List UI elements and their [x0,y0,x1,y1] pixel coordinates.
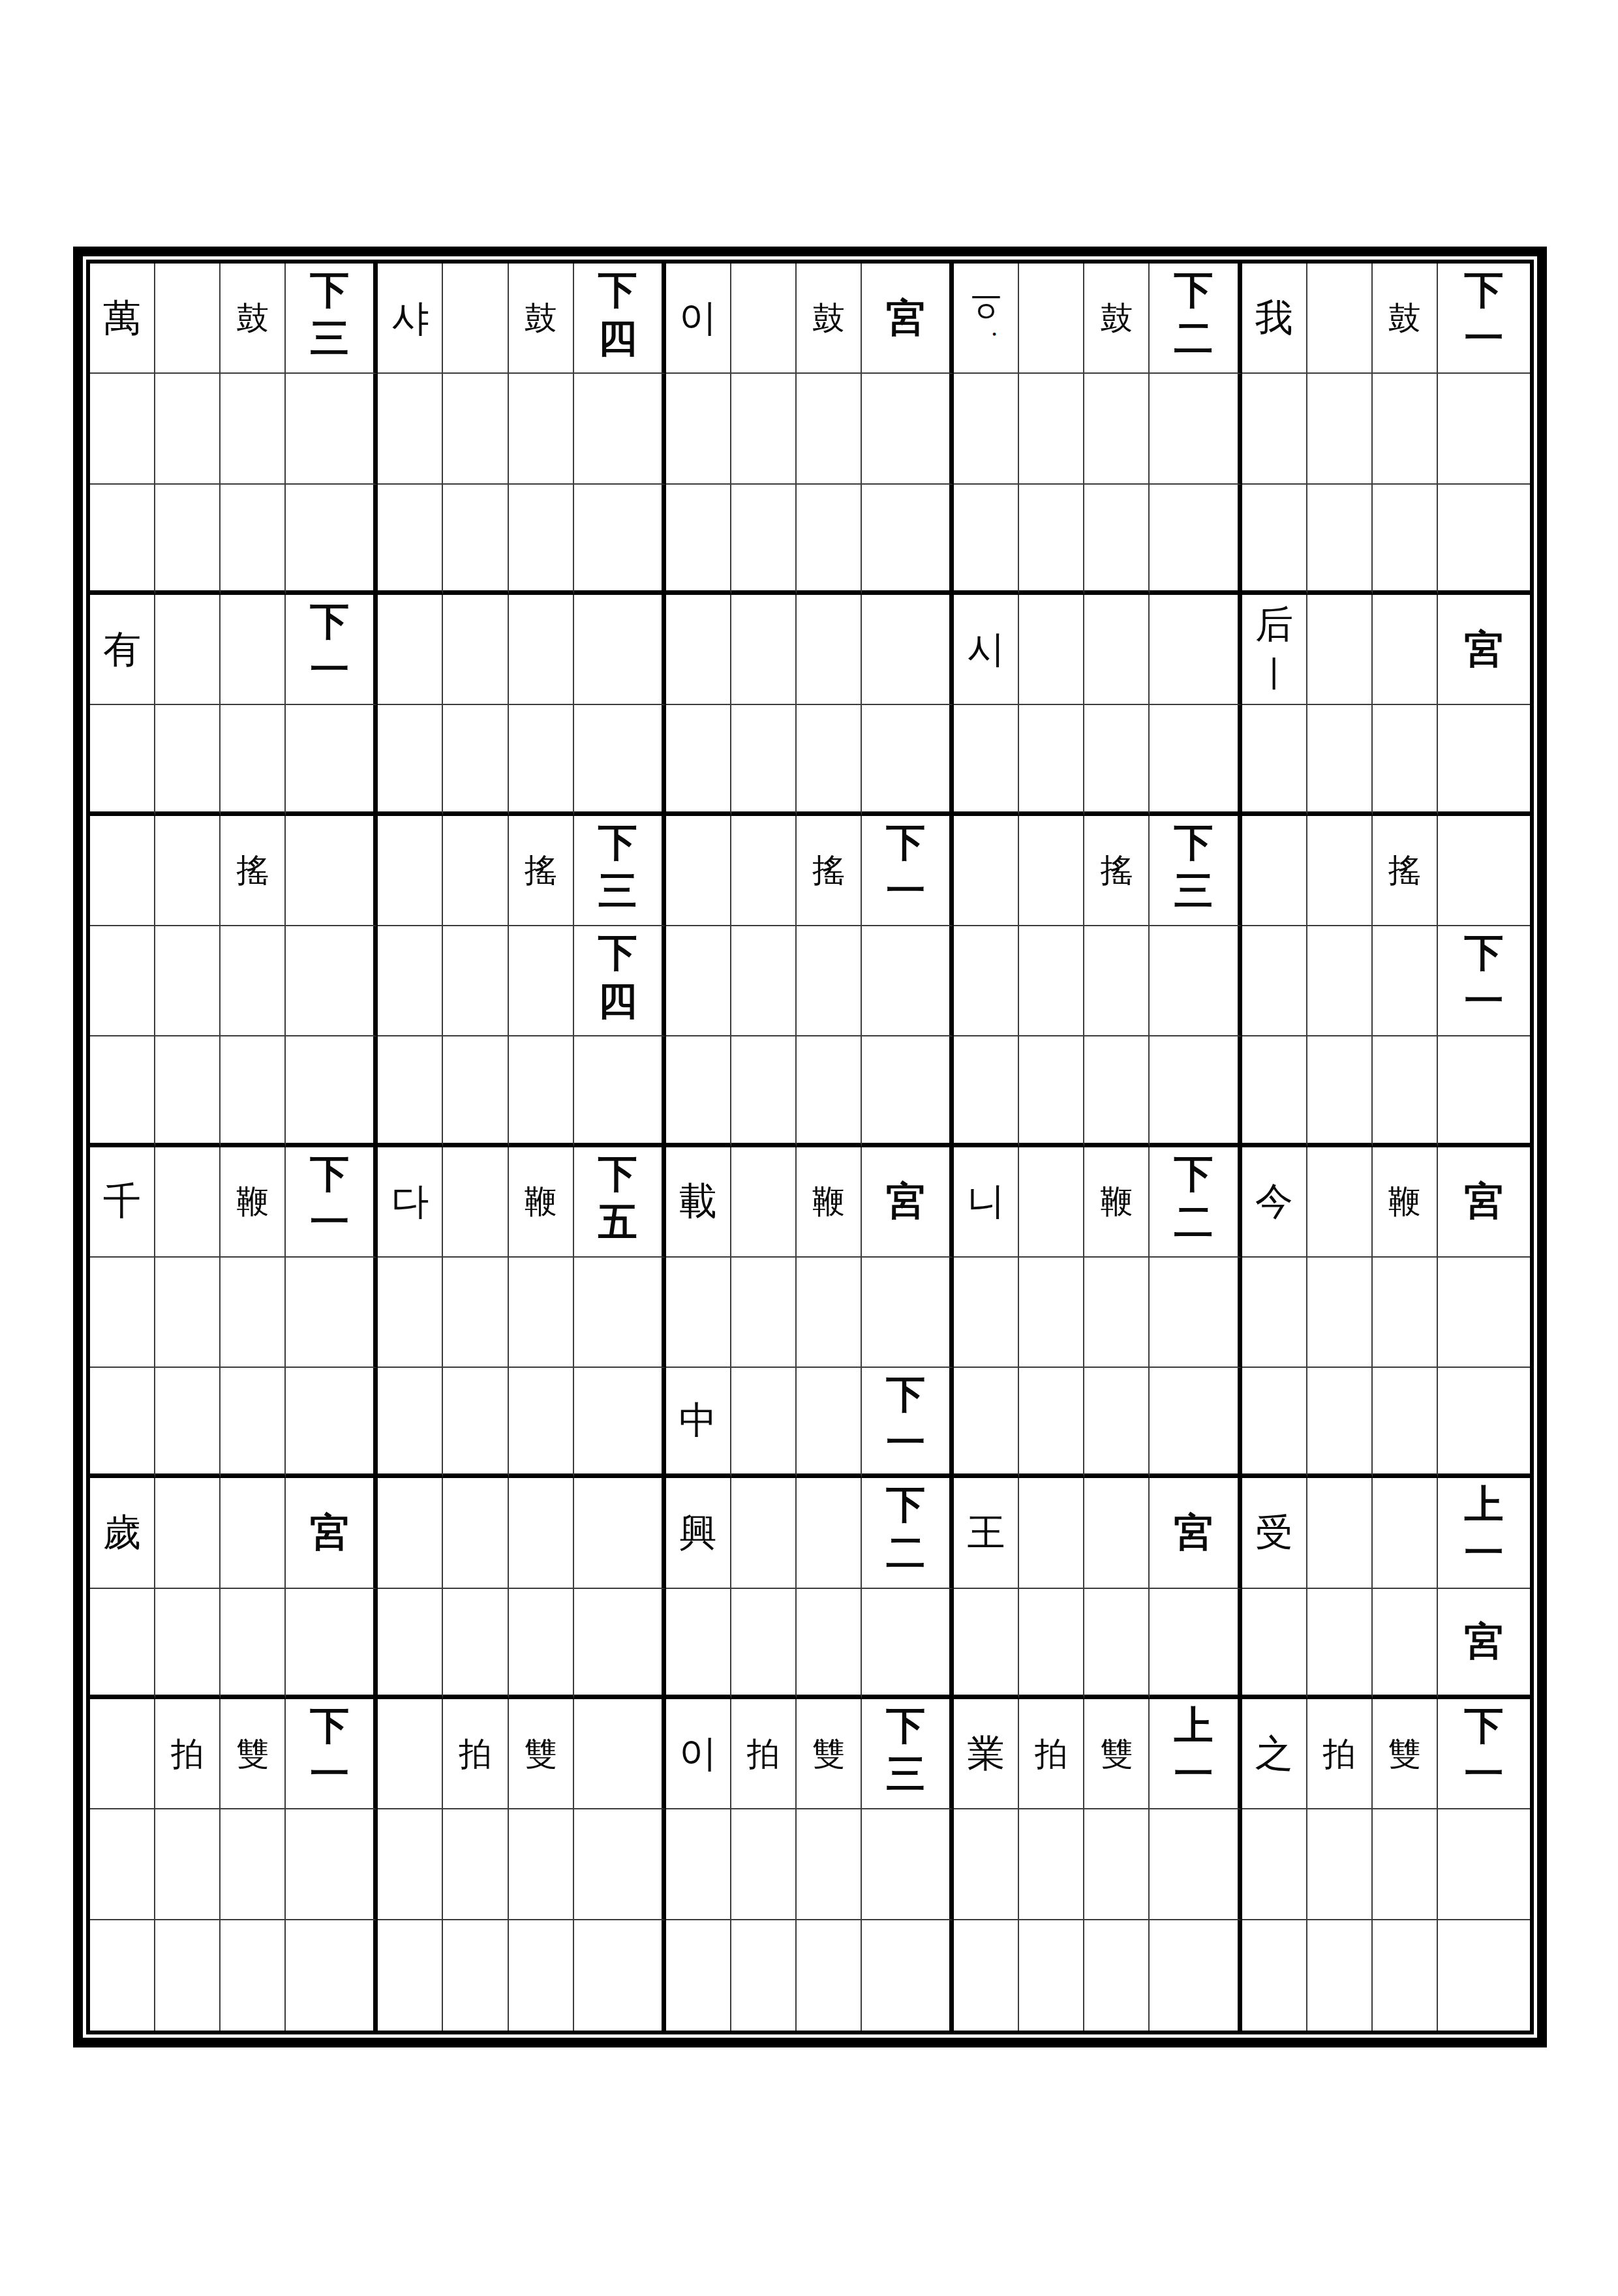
pitch-glyph: 下 [1174,823,1213,863]
cell-r13c5-lyric [1242,1589,1307,1699]
cell-r3c3-bak [731,485,797,595]
cell-r11c2-lyric [378,1368,443,1478]
lyric-glyph: 今 [1255,1181,1293,1222]
cell-r4c4-bak [1019,595,1084,705]
cell-r3c4-lyric [954,485,1019,595]
pitch-glyph: 下 [598,1154,637,1194]
lyric-glyph: 歲 [103,1513,141,1553]
cell-r10c2-bak [443,1258,508,1368]
pitch-glyph: 宮 [1464,1622,1503,1662]
cell-r16c3-lyric [666,1920,731,2031]
cell-r6c4-pitch: 下三 [1150,816,1242,926]
cell-r12c5-pitch: 上一 [1438,1478,1530,1588]
cell-r16c5-stroke [1373,1920,1438,2031]
cell-r16c4-bak [1019,1920,1084,2031]
pitch-glyphs: 下二 [1174,270,1213,359]
cell-r8c5-lyric [1242,1036,1307,1147]
pitch-glyphs: 下一 [1464,270,1503,359]
cell-r3c2-lyric [378,485,443,595]
cell-r13c2-pitch [574,1589,666,1699]
cell-r2c2-pitch [574,374,666,484]
cell-r9c5-stroke: 鞭 [1373,1147,1438,1258]
lyric-glyph: ㅣ [1255,654,1293,695]
cell-r7c3-stroke [797,926,862,1036]
cell-r12c2-lyric [378,1478,443,1588]
stroke-glyph: 鼓 [236,301,269,336]
cell-r12c3-lyric: 興 [666,1478,731,1588]
pitch-glyphs: 下五 [598,1154,637,1243]
stroke-glyph: 雙 [236,1736,269,1772]
cell-r15c4-stroke [1084,1809,1150,1920]
stroke-glyphs: 鞭 [1388,1184,1421,1219]
bak-glyph: 拍 [171,1736,204,1772]
cell-r15c2-stroke [509,1809,574,1920]
bak-glyphs: 拍 [171,1736,204,1772]
cell-r4c1-stroke [221,595,286,705]
cell-r10c3-lyric [666,1258,731,1368]
lyric-glyph: 業 [967,1734,1005,1774]
stroke-glyphs: 雙 [525,1736,557,1772]
cell-r6c1-stroke: 搖 [221,816,286,926]
cell-r10c2-stroke [509,1258,574,1368]
cell-r7c5-pitch: 下一 [1438,926,1530,1036]
cell-r12c4-stroke [1084,1478,1150,1588]
cell-r11c1-bak [155,1368,221,1478]
cell-r10c3-pitch [862,1258,954,1368]
cell-r6c5-stroke: 搖 [1373,816,1438,926]
cell-r5c3-pitch [862,705,954,815]
lyric-glyph: 后 [1255,605,1293,645]
cell-r13c4-stroke [1084,1589,1150,1699]
cell-r10c5-bak [1307,1258,1373,1368]
lyric-glyph: 이 [679,1734,717,1774]
pitch-glyph: 一 [1464,318,1503,359]
cell-r1c1-lyric: 萬 [90,264,155,374]
cell-r8c3-stroke [797,1036,862,1147]
pitch-glyph: 宮 [1464,629,1503,670]
cell-r11c4-pitch [1150,1368,1242,1478]
lyric-glyphs: 中 [679,1400,717,1441]
cell-r9c4-pitch: 下二 [1150,1147,1242,1258]
cell-r14c2-stroke: 雙 [509,1699,574,1809]
cell-r8c3-lyric [666,1036,731,1147]
cell-r11c5-bak [1307,1368,1373,1478]
cell-r12c1-pitch: 宮 [286,1478,378,1588]
pitch-glyph: 下 [310,1154,349,1194]
stroke-glyphs: 雙 [1388,1736,1421,1772]
cell-r2c3-pitch [862,374,954,484]
lyric-glyphs: 后ㅣ [1255,605,1293,695]
stroke-glyph: 雙 [525,1736,557,1772]
lyric-glyph: 니 [967,1181,1005,1222]
cell-r3c5-stroke [1373,485,1438,595]
score-page: 萬鼓下三샤鼓下四이鼓宮ㆆㆍ鼓下二我鼓下一有下一시后ㅣ宮搖搖下三搖下一搖下三搖下四… [0,0,1618,2296]
cell-r2c5-bak [1307,374,1373,484]
cell-r11c2-bak [443,1368,508,1478]
cell-r11c5-stroke [1373,1368,1438,1478]
cell-r1c5-lyric: 我 [1242,264,1307,374]
cell-r15c1-lyric [90,1809,155,1920]
lyric-glyph: 之 [1255,1734,1293,1774]
pitch-glyph: 宮 [1464,1181,1503,1222]
cell-r16c5-pitch [1438,1920,1530,2031]
pitch-glyph: 二 [1174,318,1213,359]
cell-r10c5-pitch [1438,1258,1530,1368]
cell-r3c1-bak [155,485,221,595]
cell-r14c3-pitch: 下三 [862,1699,954,1809]
cell-r16c1-bak [155,1920,221,2031]
cell-r1c1-bak [155,264,221,374]
cell-r2c5-lyric [1242,374,1307,484]
cell-r5c5-pitch [1438,705,1530,815]
pitch-glyph: 五 [598,1202,637,1243]
lyric-glyphs: 이 [679,298,717,339]
stroke-glyph: 雙 [1100,1736,1133,1772]
pitch-glyphs: 下一 [886,823,925,911]
cell-r13c4-bak [1019,1589,1084,1699]
cell-r11c4-bak [1019,1368,1084,1478]
pitch-glyph: 一 [886,871,925,911]
cell-r12c5-bak [1307,1478,1373,1588]
pitch-glyph: 三 [598,871,637,911]
cell-r8c4-lyric [954,1036,1019,1147]
pitch-glyph: 下 [598,823,637,863]
bak-glyphs: 拍 [1035,1736,1067,1772]
stroke-glyph: 鼓 [525,301,557,336]
cell-r6c1-lyric [90,816,155,926]
cell-r3c4-pitch [1150,485,1242,595]
cell-r16c2-lyric [378,1920,443,2031]
cell-r4c5-pitch: 宮 [1438,595,1530,705]
pitch-glyph: 四 [598,981,637,1021]
cell-r8c1-lyric [90,1036,155,1147]
pitch-glyphs: 下三 [310,270,349,359]
cell-r15c5-stroke [1373,1809,1438,1920]
stroke-glyph: 搖 [525,853,557,888]
cell-r6c3-lyric [666,816,731,926]
cell-r9c5-pitch: 宮 [1438,1147,1530,1258]
cell-r15c3-stroke [797,1809,862,1920]
cell-r1c2-pitch: 下四 [574,264,666,374]
cell-r14c1-bak: 拍 [155,1699,221,1809]
cell-r16c2-stroke [509,1920,574,2031]
cell-r4c5-lyric: 后ㅣ [1242,595,1307,705]
cell-r8c2-lyric [378,1036,443,1147]
cell-r6c5-bak [1307,816,1373,926]
lyric-glyphs: 載 [679,1181,717,1222]
stroke-glyph: 搖 [1388,853,1421,888]
cell-r4c4-pitch [1150,595,1242,705]
cell-r11c3-stroke [797,1368,862,1478]
cell-r15c3-bak [731,1809,797,1920]
stroke-glyphs: 鼓 [236,301,269,336]
cell-r11c3-pitch: 下一 [862,1368,954,1478]
cell-r16c1-lyric [90,1920,155,2031]
cell-r14c3-lyric: 이 [666,1699,731,1809]
pitch-glyphs: 宮 [1464,629,1503,670]
cell-r10c1-pitch [286,1258,378,1368]
cell-r2c3-lyric [666,374,731,484]
stroke-glyphs: 鼓 [812,301,845,336]
cell-r8c4-pitch [1150,1036,1242,1147]
pitch-glyphs: 下一 [886,1374,925,1463]
pitch-glyph: 宮 [310,1513,349,1553]
lyric-glyphs: 萬 [103,298,141,339]
cell-r12c2-stroke [509,1478,574,1588]
lyric-glyphs: 이 [679,1734,717,1774]
cell-r5c1-bak [155,705,221,815]
stroke-glyphs: 鞭 [236,1184,269,1219]
cell-r7c2-stroke [509,926,574,1036]
cell-r1c3-stroke: 鼓 [797,264,862,374]
cell-r6c2-lyric [378,816,443,926]
cell-r5c4-pitch [1150,705,1242,815]
cell-r3c3-pitch [862,485,954,595]
cell-r12c3-bak [731,1478,797,1588]
cell-r15c1-stroke [221,1809,286,1920]
stroke-glyphs: 搖 [525,853,557,888]
cell-r7c2-lyric [378,926,443,1036]
pitch-glyph: 下 [1464,270,1503,310]
cell-r7c4-lyric [954,926,1019,1036]
pitch-glyphs: 下一 [310,1706,349,1794]
cell-r9c3-stroke: 鞭 [797,1147,862,1258]
pitch-glyph: 下 [1174,270,1213,310]
cell-r13c2-bak [443,1589,508,1699]
cell-r7c5-lyric [1242,926,1307,1036]
cell-r13c5-bak [1307,1589,1373,1699]
jeonggan-grid: 萬鼓下三샤鼓下四이鼓宮ㆆㆍ鼓下二我鼓下一有下一시后ㅣ宮搖搖下三搖下一搖下三搖下四… [86,260,1534,2034]
stroke-glyph: 鼓 [1388,301,1421,336]
cell-r2c1-pitch [286,374,378,484]
cell-r8c5-bak [1307,1036,1373,1147]
cell-r13c5-pitch: 宮 [1438,1589,1530,1699]
cell-r7c1-lyric [90,926,155,1036]
cell-r16c3-stroke [797,1920,862,2031]
lyric-glyph: 다 [391,1181,429,1222]
cell-r3c2-pitch [574,485,666,595]
cell-r14c3-bak: 拍 [731,1699,797,1809]
pitch-glyphs: 下一 [310,1154,349,1243]
cell-r8c1-pitch [286,1036,378,1147]
cell-r14c4-stroke: 雙 [1084,1699,1150,1809]
stroke-glyphs: 雙 [236,1736,269,1772]
cell-r5c1-lyric [90,705,155,815]
cell-r3c1-pitch [286,485,378,595]
cell-r2c2-stroke [509,374,574,484]
cell-r8c5-pitch [1438,1036,1530,1147]
cell-r12c5-lyric: 受 [1242,1478,1307,1588]
stroke-glyphs: 雙 [1100,1736,1133,1772]
lyric-glyphs: 有 [103,629,141,670]
cell-r10c4-pitch [1150,1258,1242,1368]
cell-r16c3-bak [731,1920,797,2031]
cell-r15c2-pitch [574,1809,666,1920]
cell-r14c2-lyric [378,1699,443,1809]
pitch-glyph: 二 [1174,1202,1213,1243]
cell-r15c4-bak [1019,1809,1084,1920]
cell-r14c4-bak: 拍 [1019,1699,1084,1809]
cell-r13c1-bak [155,1589,221,1699]
cell-r6c1-bak [155,816,221,926]
pitch-glyph: 二 [886,1533,925,1573]
cell-r13c1-pitch [286,1589,378,1699]
cell-r7c1-pitch [286,926,378,1036]
cell-r10c5-lyric [1242,1258,1307,1368]
pitch-glyph: 宮 [886,298,925,339]
cell-r9c3-pitch: 宮 [862,1147,954,1258]
cell-r9c2-pitch: 下五 [574,1147,666,1258]
cell-r12c3-pitch: 下二 [862,1478,954,1588]
lyric-glyph: 萬 [103,298,141,339]
bak-glyph: 拍 [1323,1736,1356,1772]
cell-r9c3-bak [731,1147,797,1258]
pitch-glyph: 上 [1464,1485,1503,1525]
cell-r3c3-lyric [666,485,731,595]
cell-r12c5-stroke [1373,1478,1438,1588]
cell-r14c5-lyric: 之 [1242,1699,1307,1809]
cell-r3c5-lyric [1242,485,1307,595]
cell-r9c2-bak [443,1147,508,1258]
cell-r15c2-lyric [378,1809,443,1920]
cell-r1c5-pitch: 下一 [1438,264,1530,374]
cell-r6c4-lyric [954,816,1019,926]
pitch-glyphs: 宮 [1464,1622,1503,1662]
cell-r2c1-stroke [221,374,286,484]
pitch-glyph: 三 [310,318,349,359]
cell-r7c5-bak [1307,926,1373,1036]
cell-r9c1-bak [155,1147,221,1258]
cell-r6c1-pitch [286,816,378,926]
cell-r13c3-pitch [862,1589,954,1699]
pitch-glyphs: 下四 [598,933,637,1021]
cell-r9c5-bak [1307,1147,1373,1258]
lyric-glyph: 中 [679,1400,717,1441]
cell-r4c3-lyric [666,595,731,705]
cell-r16c2-pitch [574,1920,666,2031]
lyric-glyphs: 王 [967,1513,1005,1553]
cell-r10c4-lyric [954,1258,1019,1368]
pitch-glyph: 下 [886,1706,925,1746]
pitch-glyph: 宮 [1174,1513,1213,1553]
pitch-glyph: 下 [886,1374,925,1415]
stroke-glyphs: 鼓 [525,301,557,336]
cell-r13c3-bak [731,1589,797,1699]
pitch-glyphs: 宮 [1174,1513,1213,1553]
cell-r4c4-lyric: 시 [954,595,1019,705]
cell-r4c5-stroke [1373,595,1438,705]
cell-r1c2-bak [443,264,508,374]
cell-r1c3-lyric: 이 [666,264,731,374]
pitch-glyphs: 上一 [1464,1485,1503,1573]
lyric-glyphs: 니 [967,1181,1005,1222]
cell-r8c2-bak [443,1036,508,1147]
cell-r12c3-stroke [797,1478,862,1588]
cell-r1c5-stroke: 鼓 [1373,264,1438,374]
stroke-glyph: 雙 [1388,1736,1421,1772]
stroke-glyph: 搖 [1100,853,1133,888]
cell-r5c1-pitch [286,705,378,815]
cell-r16c4-stroke [1084,1920,1150,2031]
lyric-glyphs: 샤 [391,298,429,339]
cell-r15c4-lyric [954,1809,1019,1920]
cell-r5c5-lyric [1242,705,1307,815]
lyric-glyphs: 之 [1255,1734,1293,1774]
pitch-glyphs: 上一 [1174,1706,1213,1794]
cell-r5c4-lyric [954,705,1019,815]
cell-r7c4-bak [1019,926,1084,1036]
lyric-glyphs: 今 [1255,1181,1293,1222]
pitch-glyphs: 宮 [886,298,925,339]
cell-r3c2-stroke [509,485,574,595]
cell-r10c3-stroke [797,1258,862,1368]
pitch-glyph: 三 [886,1754,925,1794]
cell-r6c5-pitch [1438,816,1530,926]
cell-r11c5-pitch [1438,1368,1530,1478]
cell-r14c5-pitch: 下一 [1438,1699,1530,1809]
cell-r2c3-stroke [797,374,862,484]
lyric-glyphs: 다 [391,1181,429,1222]
cell-r4c2-stroke [509,595,574,705]
cell-r11c5-lyric [1242,1368,1307,1478]
pitch-glyphs: 下二 [886,1485,925,1573]
cell-r16c1-pitch [286,1920,378,2031]
cell-r12c4-bak [1019,1478,1084,1588]
cell-r5c4-stroke [1084,705,1150,815]
lyric-glyphs: 興 [679,1513,717,1553]
pitch-glyph: 一 [1174,1754,1213,1794]
cell-r6c3-pitch: 下一 [862,816,954,926]
stroke-glyphs: 雙 [812,1736,845,1772]
pitch-glyph: 下 [310,601,349,642]
cell-r14c5-stroke: 雙 [1373,1699,1438,1809]
stroke-glyph: 鞭 [525,1184,557,1219]
cell-r5c1-stroke [221,705,286,815]
cell-r4c4-stroke [1084,595,1150,705]
cell-r12c4-lyric: 王 [954,1478,1019,1588]
cell-r1c5-bak [1307,264,1373,374]
stroke-glyph: 搖 [236,853,269,888]
cell-r6c2-pitch: 下三 [574,816,666,926]
stroke-glyph: 鞭 [812,1184,845,1219]
cell-r2c2-bak [443,374,508,484]
cell-r4c1-pitch: 下一 [286,595,378,705]
lyric-glyph: 我 [1255,298,1293,339]
cell-r3c1-stroke [221,485,286,595]
lyric-glyphs: 受 [1255,1513,1293,1553]
cell-r5c2-lyric [378,705,443,815]
cell-r3c2-bak [443,485,508,595]
pitch-glyphs: 下一 [310,601,349,690]
bak-glyphs: 拍 [1323,1736,1356,1772]
cell-r9c4-lyric: 니 [954,1147,1019,1258]
cell-r9c1-pitch: 下一 [286,1147,378,1258]
cell-r16c5-lyric [1242,1920,1307,2031]
pitch-glyph: 一 [1464,981,1503,1021]
pitch-glyph: 上 [1174,1706,1213,1746]
cell-r2c5-stroke [1373,374,1438,484]
stroke-glyphs: 鞭 [812,1184,845,1219]
cell-r7c4-stroke [1084,926,1150,1036]
pitch-glyph: 一 [1464,1754,1503,1794]
cell-r11c1-pitch [286,1368,378,1478]
cell-r13c1-stroke [221,1589,286,1699]
cell-r12c2-bak [443,1478,508,1588]
lyric-glyphs: 歲 [103,1513,141,1553]
cell-r11c3-lyric: 中 [666,1368,731,1478]
cell-r6c2-stroke: 搖 [509,816,574,926]
cell-r6c4-bak [1019,816,1084,926]
